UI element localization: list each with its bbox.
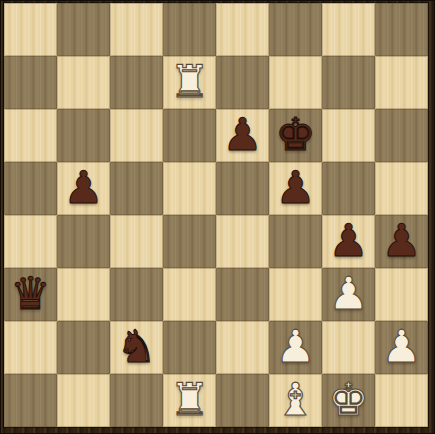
- square-d7[interactable]: ♜: [163, 56, 216, 109]
- square-f5[interactable]: ♟: [269, 162, 322, 215]
- square-g6[interactable]: [322, 109, 375, 162]
- square-e7[interactable]: [216, 56, 269, 109]
- piece-black-queen[interactable]: ♛: [10, 271, 50, 316]
- square-d2[interactable]: [163, 321, 216, 374]
- square-c3[interactable]: [110, 268, 163, 321]
- square-a7[interactable]: [4, 56, 57, 109]
- square-h1[interactable]: [375, 374, 428, 427]
- piece-black-king[interactable]: ♚: [275, 112, 315, 157]
- square-e8[interactable]: [216, 3, 269, 56]
- piece-white-pawn[interactable]: ♟: [381, 324, 421, 369]
- square-d3[interactable]: [163, 268, 216, 321]
- square-g2[interactable]: [322, 321, 375, 374]
- square-a8[interactable]: [4, 3, 57, 56]
- square-c4[interactable]: [110, 215, 163, 268]
- piece-white-rook[interactable]: ♜: [169, 377, 209, 422]
- square-f4[interactable]: [269, 215, 322, 268]
- chess-board: ♜♟♚♟♟♟♟♛♟♞♟♟♜♝♚: [4, 3, 428, 427]
- square-a2[interactable]: [4, 321, 57, 374]
- square-e2[interactable]: [216, 321, 269, 374]
- square-e4[interactable]: [216, 215, 269, 268]
- square-h2[interactable]: ♟: [375, 321, 428, 374]
- square-f6[interactable]: ♚: [269, 109, 322, 162]
- square-g3[interactable]: ♟: [322, 268, 375, 321]
- square-f7[interactable]: [269, 56, 322, 109]
- square-f2[interactable]: ♟: [269, 321, 322, 374]
- square-b2[interactable]: [57, 321, 110, 374]
- square-g4[interactable]: ♟: [322, 215, 375, 268]
- square-c5[interactable]: [110, 162, 163, 215]
- square-h3[interactable]: [375, 268, 428, 321]
- square-d1[interactable]: ♜: [163, 374, 216, 427]
- square-h8[interactable]: [375, 3, 428, 56]
- piece-black-pawn[interactable]: ♟: [328, 218, 368, 263]
- square-a1[interactable]: [4, 374, 57, 427]
- square-h7[interactable]: [375, 56, 428, 109]
- square-e1[interactable]: [216, 374, 269, 427]
- piece-black-pawn[interactable]: ♟: [275, 165, 315, 210]
- square-h4[interactable]: ♟: [375, 215, 428, 268]
- square-c2[interactable]: ♞: [110, 321, 163, 374]
- piece-white-king[interactable]: ♚: [328, 377, 368, 422]
- square-g8[interactable]: [322, 3, 375, 56]
- square-b7[interactable]: [57, 56, 110, 109]
- square-a5[interactable]: [4, 162, 57, 215]
- piece-white-pawn[interactable]: ♟: [275, 324, 315, 369]
- square-g5[interactable]: [322, 162, 375, 215]
- square-e5[interactable]: [216, 162, 269, 215]
- piece-black-pawn[interactable]: ♟: [63, 165, 103, 210]
- square-b4[interactable]: [57, 215, 110, 268]
- square-d8[interactable]: [163, 3, 216, 56]
- square-d6[interactable]: [163, 109, 216, 162]
- square-f3[interactable]: [269, 268, 322, 321]
- square-c1[interactable]: [110, 374, 163, 427]
- square-e3[interactable]: [216, 268, 269, 321]
- square-d4[interactable]: [163, 215, 216, 268]
- square-b3[interactable]: [57, 268, 110, 321]
- square-c6[interactable]: [110, 109, 163, 162]
- board-frame: ♜♟♚♟♟♟♟♛♟♞♟♟♜♝♚: [0, 0, 435, 434]
- square-c7[interactable]: [110, 56, 163, 109]
- square-g1[interactable]: ♚: [322, 374, 375, 427]
- square-b1[interactable]: [57, 374, 110, 427]
- square-f8[interactable]: [269, 3, 322, 56]
- square-f1[interactable]: ♝: [269, 374, 322, 427]
- piece-white-pawn[interactable]: ♟: [328, 271, 368, 316]
- piece-black-knight[interactable]: ♞: [116, 324, 156, 369]
- square-a3[interactable]: ♛: [4, 268, 57, 321]
- piece-black-pawn[interactable]: ♟: [222, 112, 262, 157]
- square-h6[interactable]: [375, 109, 428, 162]
- square-b5[interactable]: ♟: [57, 162, 110, 215]
- piece-white-rook[interactable]: ♜: [169, 59, 209, 104]
- square-h5[interactable]: [375, 162, 428, 215]
- square-e6[interactable]: ♟: [216, 109, 269, 162]
- square-a6[interactable]: [4, 109, 57, 162]
- square-d5[interactable]: [163, 162, 216, 215]
- square-b6[interactable]: [57, 109, 110, 162]
- square-b8[interactable]: [57, 3, 110, 56]
- square-c8[interactable]: [110, 3, 163, 56]
- square-g7[interactable]: [322, 56, 375, 109]
- square-a4[interactable]: [4, 215, 57, 268]
- piece-black-pawn[interactable]: ♟: [381, 218, 421, 263]
- piece-white-bishop[interactable]: ♝: [275, 377, 315, 422]
